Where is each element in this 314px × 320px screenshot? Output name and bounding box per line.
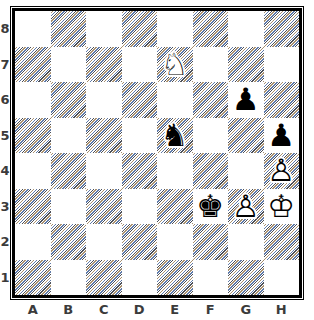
square-c4[interactable] <box>86 153 122 189</box>
square-b4[interactable] <box>51 153 87 189</box>
rank-label-2: 2 <box>0 224 10 260</box>
square-f5[interactable] <box>193 118 229 154</box>
square-d1[interactable] <box>122 260 158 296</box>
square-c1[interactable] <box>86 260 122 296</box>
file-label-c: C <box>86 302 122 317</box>
square-h6[interactable] <box>264 82 300 118</box>
rank-label-6: 6 <box>0 82 10 118</box>
square-a8[interactable] <box>15 11 51 47</box>
square-f1[interactable] <box>193 260 229 296</box>
white-king-icon: ♔ <box>264 189 300 225</box>
square-b2[interactable] <box>51 224 87 260</box>
square-b6[interactable] <box>51 82 87 118</box>
file-label-d: D <box>122 302 158 317</box>
file-label-g: G <box>228 302 264 317</box>
chess-board-border: ♞♘♟♟♞♞♟♟♟♙♚♚♟♙♚♔ <box>12 8 302 298</box>
square-h4[interactable]: ♟♙ <box>264 153 300 189</box>
black-king-icon: ♚ <box>193 189 229 225</box>
square-c8[interactable] <box>86 11 122 47</box>
rank-label-3: 3 <box>0 189 10 225</box>
square-g7[interactable] <box>228 47 264 83</box>
square-h2[interactable] <box>264 224 300 260</box>
chess-board: ♞♘♟♟♞♞♟♟♟♙♚♚♟♙♚♔ <box>15 11 299 295</box>
piece-white-pawn-g3: ♟♙ <box>228 189 264 225</box>
square-e8[interactable] <box>157 11 193 47</box>
square-b8[interactable] <box>51 11 87 47</box>
square-f2[interactable] <box>193 224 229 260</box>
square-a3[interactable] <box>15 189 51 225</box>
square-e4[interactable] <box>157 153 193 189</box>
square-f6[interactable] <box>193 82 229 118</box>
piece-black-knight-e5: ♞♞ <box>157 118 193 154</box>
white-knight-icon: ♘ <box>157 47 193 83</box>
square-e6[interactable] <box>157 82 193 118</box>
square-b3[interactable] <box>51 189 87 225</box>
rank-label-5: 5 <box>0 118 10 154</box>
file-label-b: B <box>51 302 87 317</box>
square-f4[interactable] <box>193 153 229 189</box>
rank-label-4: 4 <box>0 153 10 189</box>
piece-white-pawn-h4: ♟♙ <box>264 153 300 189</box>
square-b5[interactable] <box>51 118 87 154</box>
rank-labels: 87654321 <box>0 11 10 295</box>
square-h5[interactable]: ♟♟ <box>264 118 300 154</box>
black-knight-icon: ♞ <box>157 118 193 154</box>
square-g5[interactable] <box>228 118 264 154</box>
square-a1[interactable] <box>15 260 51 296</box>
square-g4[interactable] <box>228 153 264 189</box>
square-d5[interactable] <box>122 118 158 154</box>
piece-black-king-f3: ♚♚ <box>193 189 229 225</box>
chess-board-frame: ♞♘♟♟♞♞♟♟♟♙♚♚♟♙♚♔ <box>10 6 304 300</box>
square-h8[interactable] <box>264 11 300 47</box>
square-d8[interactable] <box>122 11 158 47</box>
square-d7[interactable] <box>122 47 158 83</box>
square-d6[interactable] <box>122 82 158 118</box>
square-a7[interactable] <box>15 47 51 83</box>
rank-label-1: 1 <box>0 260 10 296</box>
file-label-f: F <box>193 302 229 317</box>
piece-white-knight-e7: ♞♘ <box>157 47 193 83</box>
chess-diagram: 87654321 ♞♘♟♟♞♞♟♟♟♙♚♚♟♙♚♔ ABCDEFGH <box>0 0 314 320</box>
file-labels: ABCDEFGH <box>15 302 299 317</box>
black-pawn-icon: ♟ <box>228 82 264 118</box>
square-h1[interactable] <box>264 260 300 296</box>
square-a2[interactable] <box>15 224 51 260</box>
square-c3[interactable] <box>86 189 122 225</box>
rank-label-8: 8 <box>0 11 10 47</box>
square-a5[interactable] <box>15 118 51 154</box>
file-label-a: A <box>15 302 51 317</box>
rank-label-7: 7 <box>0 47 10 83</box>
square-h3[interactable]: ♚♔ <box>264 189 300 225</box>
square-f3[interactable]: ♚♚ <box>193 189 229 225</box>
file-label-e: E <box>157 302 193 317</box>
black-pawn-icon: ♟ <box>264 118 300 154</box>
square-g2[interactable] <box>228 224 264 260</box>
white-pawn-icon: ♙ <box>264 153 300 189</box>
square-e2[interactable] <box>157 224 193 260</box>
square-h7[interactable] <box>264 47 300 83</box>
square-c2[interactable] <box>86 224 122 260</box>
square-e1[interactable] <box>157 260 193 296</box>
square-e3[interactable] <box>157 189 193 225</box>
square-c5[interactable] <box>86 118 122 154</box>
square-g3[interactable]: ♟♙ <box>228 189 264 225</box>
file-label-h: H <box>264 302 300 317</box>
square-b1[interactable] <box>51 260 87 296</box>
square-f7[interactable] <box>193 47 229 83</box>
square-b7[interactable] <box>51 47 87 83</box>
square-d2[interactable] <box>122 224 158 260</box>
white-pawn-icon: ♙ <box>228 189 264 225</box>
piece-black-pawn-g6: ♟♟ <box>228 82 264 118</box>
piece-black-pawn-h5: ♟♟ <box>264 118 300 154</box>
square-g8[interactable] <box>228 11 264 47</box>
square-g1[interactable] <box>228 260 264 296</box>
square-a4[interactable] <box>15 153 51 189</box>
square-e7[interactable]: ♞♘ <box>157 47 193 83</box>
square-d4[interactable] <box>122 153 158 189</box>
square-e5[interactable]: ♞♞ <box>157 118 193 154</box>
square-d3[interactable] <box>122 189 158 225</box>
square-c7[interactable] <box>86 47 122 83</box>
square-a6[interactable] <box>15 82 51 118</box>
square-c6[interactable] <box>86 82 122 118</box>
square-g6[interactable]: ♟♟ <box>228 82 264 118</box>
square-f8[interactable] <box>193 11 229 47</box>
piece-white-king-h3: ♚♔ <box>264 189 300 225</box>
